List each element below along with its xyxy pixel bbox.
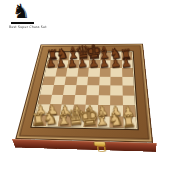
square-d5 [76, 76, 88, 85]
chess-board-grid: ♜♞♝♛♚♝♞♜♟♟♟♟♟♟♟♟♟♟♟♟♟♟♟♟♜♞♝♛♚♝♞♜ [32, 51, 138, 129]
square-h7: ♟ [121, 60, 132, 68]
square-e5 [87, 76, 99, 85]
square-a4 [40, 85, 53, 94]
piece-white-rook: ♜ [117, 112, 142, 130]
square-h5 [122, 76, 134, 85]
square-a5 [42, 76, 55, 85]
perspective-wrapper: ♜♞♝♛♚♝♞♜♟♟♟♟♟♟♟♟♟♟♟♟♟♟♟♟♜♞♝♛♚♝♞♜ [0, 0, 180, 180]
chess-set-photo: ♜♞♝♛♚♝♞♜♟♟♟♟♟♟♟♟♟♟♟♟♟♟♟♟♜♞♝♛♚♝♞♜ [0, 0, 180, 180]
square-f5 [99, 76, 111, 85]
brass-clasp-loop-icon [97, 146, 106, 152]
square-c4 [63, 85, 76, 95]
square-g5 [110, 76, 122, 85]
square-f4 [98, 85, 110, 95]
square-h1: ♜ [123, 116, 137, 128]
square-h6 [122, 68, 134, 77]
square-g4 [110, 85, 122, 95]
square-d4 [75, 85, 88, 95]
square-e4 [86, 85, 98, 95]
chess-board: ♜♞♝♛♚♝♞♜♟♟♟♟♟♟♟♟♟♟♟♟♟♟♟♟♜♞♝♛♚♝♞♜ [15, 44, 153, 143]
square-b4 [52, 85, 65, 94]
board-walnut-frame: ♜♞♝♛♚♝♞♜♟♟♟♟♟♟♟♟♟♟♟♟♟♟♟♟♜♞♝♛♚♝♞♜ [15, 44, 153, 143]
square-h4 [122, 85, 134, 95]
piece-black-pawn: ♟ [116, 56, 136, 69]
